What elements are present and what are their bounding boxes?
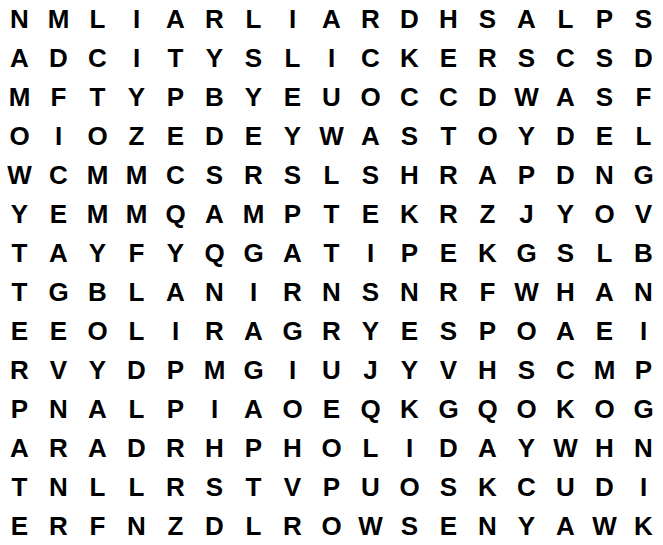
grid-cell-r7c5[interactable]: Y (156, 234, 195, 273)
grid-cell-r6c16[interactable]: O (585, 195, 624, 234)
grid-cell-r6c11[interactable]: K (390, 195, 429, 234)
grid-cell-r3c11[interactable]: C (390, 78, 429, 117)
grid-cell-r2c12[interactable]: E (429, 39, 468, 78)
grid-cell-r5c8[interactable]: S (273, 156, 312, 195)
grid-cell-r10c12[interactable]: V (429, 350, 468, 389)
grid-cell-r12c10[interactable]: L (351, 428, 390, 467)
grid-cell-r5c7[interactable]: R (234, 156, 273, 195)
grid-cell-r13c16[interactable]: D (585, 467, 624, 506)
grid-cell-r10c1[interactable]: R (0, 350, 39, 389)
grid-cell-r7c17[interactable]: B (624, 234, 663, 273)
grid-cell-r13c14[interactable]: C (507, 467, 546, 506)
grid-cell-r7c6[interactable]: Q (195, 234, 234, 273)
grid-cell-r9c9[interactable]: R (312, 311, 351, 350)
grid-cell-r7c11[interactable]: P (390, 234, 429, 273)
grid-cell-r8c1[interactable]: T (0, 272, 39, 311)
grid-cell-r5c5[interactable]: C (156, 156, 195, 195)
grid-cell-r2c8[interactable]: L (273, 39, 312, 78)
grid-cell-r14c3[interactable]: F (78, 506, 117, 545)
grid-cell-r12c9[interactable]: O (312, 428, 351, 467)
grid-cell-r7c10[interactable]: I (351, 234, 390, 273)
grid-cell-r2c2[interactable]: D (39, 39, 78, 78)
grid-cell-r9c14[interactable]: O (507, 311, 546, 350)
grid-cell-r9c1[interactable]: E (0, 311, 39, 350)
grid-cell-r8c9[interactable]: N (312, 272, 351, 311)
grid-cell-r10c7[interactable]: G (234, 350, 273, 389)
grid-cell-r13c7[interactable]: T (234, 467, 273, 506)
grid-cell-r6c4[interactable]: M (117, 195, 156, 234)
grid-cell-r9c4[interactable]: L (117, 311, 156, 350)
grid-cell-r14c2[interactable]: R (39, 506, 78, 545)
grid-cell-r6c6[interactable]: A (195, 195, 234, 234)
grid-cell-r12c15[interactable]: W (546, 428, 585, 467)
grid-cell-r11c16[interactable]: O (585, 389, 624, 428)
grid-cell-r13c10[interactable]: U (351, 467, 390, 506)
grid-cell-r9c15[interactable]: A (546, 311, 585, 350)
grid-cell-r10c4[interactable]: D (117, 350, 156, 389)
grid-cell-r12c11[interactable]: I (390, 428, 429, 467)
grid-cell-r3c17[interactable]: F (624, 78, 663, 117)
grid-cell-r13c9[interactable]: P (312, 467, 351, 506)
grid-cell-r2c16[interactable]: S (585, 39, 624, 78)
grid-cell-r5c15[interactable]: D (546, 156, 585, 195)
grid-cell-r2c11[interactable]: K (390, 39, 429, 78)
grid-cell-r10c6[interactable]: M (195, 350, 234, 389)
grid-cell-r7c16[interactable]: L (585, 234, 624, 273)
grid-cell-r13c12[interactable]: S (429, 467, 468, 506)
grid-cell-r2c5[interactable]: T (156, 39, 195, 78)
grid-cell-r1c11[interactable]: D (390, 0, 429, 39)
grid-cell-r9c2[interactable]: E (39, 311, 78, 350)
grid-cell-r2c7[interactable]: S (234, 39, 273, 78)
grid-cell-r5c10[interactable]: S (351, 156, 390, 195)
grid-cell-r6c5[interactable]: Q (156, 195, 195, 234)
grid-cell-r10c5[interactable]: P (156, 350, 195, 389)
grid-cell-r1c7[interactable]: L (234, 0, 273, 39)
grid-cell-r2c10[interactable]: C (351, 39, 390, 78)
grid-cell-r6c15[interactable]: Y (546, 195, 585, 234)
grid-cell-r5c6[interactable]: S (195, 156, 234, 195)
grid-cell-r9c17[interactable]: I (624, 311, 663, 350)
grid-cell-r9c13[interactable]: P (468, 311, 507, 350)
grid-cell-r1c12[interactable]: H (429, 0, 468, 39)
grid-cell-r4c15[interactable]: D (546, 117, 585, 156)
grid-cell-r14c12[interactable]: E (429, 506, 468, 545)
grid-cell-r1c4[interactable]: I (117, 0, 156, 39)
grid-cell-r5c2[interactable]: C (39, 156, 78, 195)
grid-cell-r8c11[interactable]: N (390, 272, 429, 311)
grid-cell-r7c7[interactable]: G (234, 234, 273, 273)
grid-cell-r11c9[interactable]: E (312, 389, 351, 428)
grid-cell-r13c8[interactable]: V (273, 467, 312, 506)
grid-cell-r2c14[interactable]: S (507, 39, 546, 78)
grid-cell-r1c15[interactable]: L (546, 0, 585, 39)
grid-cell-r1c3[interactable]: L (78, 0, 117, 39)
grid-cell-r4c11[interactable]: S (390, 117, 429, 156)
grid-cell-r4c12[interactable]: T (429, 117, 468, 156)
grid-cell-r11c15[interactable]: K (546, 389, 585, 428)
grid-cell-r10c11[interactable]: Y (390, 350, 429, 389)
grid-cell-r8c7[interactable]: I (234, 272, 273, 311)
grid-cell-r3c14[interactable]: W (507, 78, 546, 117)
grid-cell-r13c6[interactable]: S (195, 467, 234, 506)
grid-cell-r11c12[interactable]: G (429, 389, 468, 428)
grid-cell-r10c10[interactable]: J (351, 350, 390, 389)
grid-cell-r10c16[interactable]: M (585, 350, 624, 389)
grid-cell-r3c8[interactable]: E (273, 78, 312, 117)
grid-cell-r6c13[interactable]: Z (468, 195, 507, 234)
grid-cell-r1c13[interactable]: S (468, 0, 507, 39)
grid-cell-r3c3[interactable]: T (78, 78, 117, 117)
grid-cell-r14c14[interactable]: Y (507, 506, 546, 545)
grid-cell-r9c12[interactable]: S (429, 311, 468, 350)
grid-cell-r5c14[interactable]: P (507, 156, 546, 195)
grid-cell-r14c17[interactable]: K (624, 506, 663, 545)
grid-cell-r9c3[interactable]: O (78, 311, 117, 350)
grid-cell-r8c16[interactable]: A (585, 272, 624, 311)
grid-cell-r4c9[interactable]: W (312, 117, 351, 156)
grid-cell-r1c10[interactable]: R (351, 0, 390, 39)
grid-cell-r7c2[interactable]: A (39, 234, 78, 273)
grid-cell-r7c1[interactable]: T (0, 234, 39, 273)
grid-cell-r14c5[interactable]: Z (156, 506, 195, 545)
grid-cell-r8c5[interactable]: A (156, 272, 195, 311)
grid-cell-r4c3[interactable]: O (78, 117, 117, 156)
grid-cell-r8c17[interactable]: N (624, 272, 663, 311)
grid-cell-r3c1[interactable]: M (0, 78, 39, 117)
grid-cell-r14c7[interactable]: L (234, 506, 273, 545)
grid-cell-r2c6[interactable]: Y (195, 39, 234, 78)
grid-cell-r4c5[interactable]: E (156, 117, 195, 156)
grid-cell-r11c4[interactable]: L (117, 389, 156, 428)
grid-cell-r6c8[interactable]: P (273, 195, 312, 234)
grid-cell-r4c1[interactable]: O (0, 117, 39, 156)
grid-cell-r6c9[interactable]: T (312, 195, 351, 234)
grid-cell-r1c17[interactable]: S (624, 0, 663, 39)
grid-cell-r12c7[interactable]: P (234, 428, 273, 467)
grid-cell-r7c12[interactable]: E (429, 234, 468, 273)
grid-cell-r12c1[interactable]: A (0, 428, 39, 467)
grid-cell-r10c9[interactable]: U (312, 350, 351, 389)
grid-cell-r4c14[interactable]: Y (507, 117, 546, 156)
grid-cell-r12c16[interactable]: H (585, 428, 624, 467)
grid-cell-r1c16[interactable]: P (585, 0, 624, 39)
grid-cell-r6c7[interactable]: M (234, 195, 273, 234)
grid-cell-r13c17[interactable]: I (624, 467, 663, 506)
grid-cell-r7c9[interactable]: T (312, 234, 351, 273)
grid-cell-r9c7[interactable]: A (234, 311, 273, 350)
grid-cell-r4c8[interactable]: Y (273, 117, 312, 156)
grid-cell-r11c6[interactable]: I (195, 389, 234, 428)
grid-cell-r11c1[interactable]: P (0, 389, 39, 428)
grid-cell-r5c13[interactable]: A (468, 156, 507, 195)
grid-cell-r12c14[interactable]: Y (507, 428, 546, 467)
grid-cell-r9c16[interactable]: E (585, 311, 624, 350)
grid-cell-r12c12[interactable]: D (429, 428, 468, 467)
grid-cell-r13c2[interactable]: N (39, 467, 78, 506)
grid-cell-r5c1[interactable]: W (0, 156, 39, 195)
grid-cell-r8c2[interactable]: G (39, 272, 78, 311)
grid-cell-r4c17[interactable]: L (624, 117, 663, 156)
grid-cell-r13c11[interactable]: O (390, 467, 429, 506)
grid-cell-r14c4[interactable]: N (117, 506, 156, 545)
grid-cell-r6c12[interactable]: R (429, 195, 468, 234)
grid-cell-r12c13[interactable]: A (468, 428, 507, 467)
grid-cell-r1c5[interactable]: A (156, 0, 195, 39)
grid-cell-r11c8[interactable]: O (273, 389, 312, 428)
grid-cell-r8c12[interactable]: R (429, 272, 468, 311)
grid-cell-r1c8[interactable]: I (273, 0, 312, 39)
grid-cell-r4c6[interactable]: D (195, 117, 234, 156)
grid-cell-r2c17[interactable]: D (624, 39, 663, 78)
grid-cell-r12c5[interactable]: R (156, 428, 195, 467)
grid-cell-r14c8[interactable]: R (273, 506, 312, 545)
grid-cell-r3c5[interactable]: P (156, 78, 195, 117)
grid-cell-r11c11[interactable]: K (390, 389, 429, 428)
grid-cell-r2c13[interactable]: R (468, 39, 507, 78)
grid-cell-r3c6[interactable]: B (195, 78, 234, 117)
grid-cell-r8c8[interactable]: R (273, 272, 312, 311)
grid-cell-r3c16[interactable]: S (585, 78, 624, 117)
grid-cell-r11c3[interactable]: A (78, 389, 117, 428)
grid-cell-r8c6[interactable]: N (195, 272, 234, 311)
grid-cell-r6c1[interactable]: Y (0, 195, 39, 234)
grid-cell-r3c15[interactable]: A (546, 78, 585, 117)
grid-cell-r7c14[interactable]: G (507, 234, 546, 273)
grid-cell-r3c9[interactable]: U (312, 78, 351, 117)
grid-cell-r5c11[interactable]: H (390, 156, 429, 195)
grid-cell-r8c4[interactable]: L (117, 272, 156, 311)
grid-cell-r4c4[interactable]: Z (117, 117, 156, 156)
grid-cell-r11c10[interactable]: Q (351, 389, 390, 428)
grid-cell-r10c17[interactable]: P (624, 350, 663, 389)
grid-cell-r9c6[interactable]: R (195, 311, 234, 350)
grid-cell-r12c4[interactable]: D (117, 428, 156, 467)
grid-cell-r13c15[interactable]: U (546, 467, 585, 506)
grid-cell-r7c15[interactable]: S (546, 234, 585, 273)
grid-cell-r8c15[interactable]: H (546, 272, 585, 311)
grid-cell-r11c2[interactable]: N (39, 389, 78, 428)
grid-cell-r2c3[interactable]: C (78, 39, 117, 78)
grid-cell-r3c12[interactable]: C (429, 78, 468, 117)
grid-cell-r6c14[interactable]: J (507, 195, 546, 234)
grid-cell-r1c6[interactable]: R (195, 0, 234, 39)
grid-cell-r3c10[interactable]: O (351, 78, 390, 117)
grid-cell-r14c15[interactable]: A (546, 506, 585, 545)
grid-cell-r3c7[interactable]: Y (234, 78, 273, 117)
grid-cell-r5c9[interactable]: L (312, 156, 351, 195)
grid-cell-r12c3[interactable]: A (78, 428, 117, 467)
grid-cell-r11c13[interactable]: Q (468, 389, 507, 428)
grid-cell-r2c15[interactable]: C (546, 39, 585, 78)
grid-cell-r7c4[interactable]: F (117, 234, 156, 273)
grid-cell-r9c10[interactable]: Y (351, 311, 390, 350)
grid-cell-r10c3[interactable]: Y (78, 350, 117, 389)
grid-cell-r10c8[interactable]: I (273, 350, 312, 389)
grid-cell-r11c14[interactable]: O (507, 389, 546, 428)
grid-cell-r6c2[interactable]: E (39, 195, 78, 234)
grid-cell-r4c16[interactable]: E (585, 117, 624, 156)
grid-cell-r11c7[interactable]: A (234, 389, 273, 428)
grid-cell-r8c3[interactable]: B (78, 272, 117, 311)
grid-cell-r14c6[interactable]: D (195, 506, 234, 545)
grid-cell-r3c2[interactable]: F (39, 78, 78, 117)
grid-cell-r4c2[interactable]: I (39, 117, 78, 156)
grid-cell-r13c3[interactable]: L (78, 467, 117, 506)
grid-cell-r12c2[interactable]: R (39, 428, 78, 467)
grid-cell-r14c9[interactable]: O (312, 506, 351, 545)
grid-cell-r13c5[interactable]: R (156, 467, 195, 506)
grid-cell-r6c17[interactable]: V (624, 195, 663, 234)
grid-cell-r7c3[interactable]: Y (78, 234, 117, 273)
grid-cell-r1c2[interactable]: M (39, 0, 78, 39)
grid-cell-r14c11[interactable]: S (390, 506, 429, 545)
grid-cell-r14c1[interactable]: E (0, 506, 39, 545)
grid-cell-r5c16[interactable]: N (585, 156, 624, 195)
grid-cell-r1c1[interactable]: N (0, 0, 39, 39)
grid-cell-r7c13[interactable]: K (468, 234, 507, 273)
grid-cell-r13c1[interactable]: T (0, 467, 39, 506)
grid-cell-r12c6[interactable]: H (195, 428, 234, 467)
grid-cell-r11c5[interactable]: P (156, 389, 195, 428)
grid-cell-r8c14[interactable]: W (507, 272, 546, 311)
grid-cell-r4c13[interactable]: O (468, 117, 507, 156)
grid-cell-r3c13[interactable]: D (468, 78, 507, 117)
grid-cell-r14c16[interactable]: W (585, 506, 624, 545)
grid-cell-r11c17[interactable]: G (624, 389, 663, 428)
grid-cell-r10c14[interactable]: S (507, 350, 546, 389)
grid-cell-r9c5[interactable]: I (156, 311, 195, 350)
grid-cell-r8c13[interactable]: F (468, 272, 507, 311)
grid-cell-r7c8[interactable]: A (273, 234, 312, 273)
grid-cell-r5c3[interactable]: M (78, 156, 117, 195)
grid-cell-r4c7[interactable]: E (234, 117, 273, 156)
grid-cell-r3c4[interactable]: Y (117, 78, 156, 117)
grid-cell-r13c13[interactable]: K (468, 467, 507, 506)
grid-cell-r9c8[interactable]: G (273, 311, 312, 350)
grid-cell-r1c14[interactable]: A (507, 0, 546, 39)
grid-cell-r10c13[interactable]: H (468, 350, 507, 389)
grid-cell-r12c17[interactable]: N (624, 428, 663, 467)
grid-cell-r2c1[interactable]: A (0, 39, 39, 78)
grid-cell-r6c3[interactable]: M (78, 195, 117, 234)
grid-cell-r1c9[interactable]: A (312, 0, 351, 39)
grid-cell-r13c4[interactable]: L (117, 467, 156, 506)
grid-cell-r5c12[interactable]: R (429, 156, 468, 195)
word-search-grid: NMLIARLIARDHSALPSADCITYSLICKERSCSDMFTYPB… (0, 0, 663, 545)
grid-cell-r14c13[interactable]: N (468, 506, 507, 545)
grid-cell-r2c9[interactable]: I (312, 39, 351, 78)
grid-cell-r12c8[interactable]: H (273, 428, 312, 467)
grid-cell-r8c10[interactable]: S (351, 272, 390, 311)
grid-cell-r2c4[interactable]: I (117, 39, 156, 78)
grid-cell-r5c17[interactable]: G (624, 156, 663, 195)
grid-cell-r6c10[interactable]: E (351, 195, 390, 234)
grid-cell-r9c11[interactable]: E (390, 311, 429, 350)
grid-cell-r4c10[interactable]: A (351, 117, 390, 156)
grid-cell-r10c15[interactable]: C (546, 350, 585, 389)
grid-cell-r5c4[interactable]: M (117, 156, 156, 195)
grid-cell-r10c2[interactable]: V (39, 350, 78, 389)
grid-cell-r14c10[interactable]: W (351, 506, 390, 545)
